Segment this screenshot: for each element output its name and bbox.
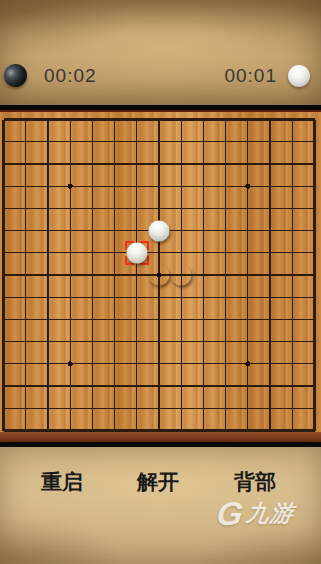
restart-button[interactable]: 重启	[41, 471, 83, 493]
jiuyou-watermark: G 九游	[217, 497, 294, 530]
jiuyou-logo-icon: G	[215, 497, 245, 530]
white-player-stone-icon	[288, 65, 310, 87]
black-player-timer: 00:02	[44, 65, 97, 87]
jiuyou-logo-text: 九游	[244, 497, 297, 530]
gomoku-board[interactable]	[0, 112, 321, 432]
white-stone	[149, 220, 170, 241]
back-button[interactable]: 背部	[234, 471, 276, 493]
board-frame-top	[0, 105, 321, 112]
black-stone	[149, 265, 170, 286]
stones-layer	[0, 112, 321, 432]
white-stone	[126, 242, 147, 263]
game-screen: 00:02 00:01 重启 解开 背部 G 九游	[0, 0, 321, 564]
undo-button[interactable]: 解开	[137, 471, 179, 493]
black-stone	[171, 265, 192, 286]
white-player-timer: 00:01	[224, 65, 277, 87]
top-bar: 00:02 00:01	[0, 0, 321, 105]
black-player-stone-icon	[4, 64, 27, 87]
board-frame-front-edge	[0, 432, 321, 442]
